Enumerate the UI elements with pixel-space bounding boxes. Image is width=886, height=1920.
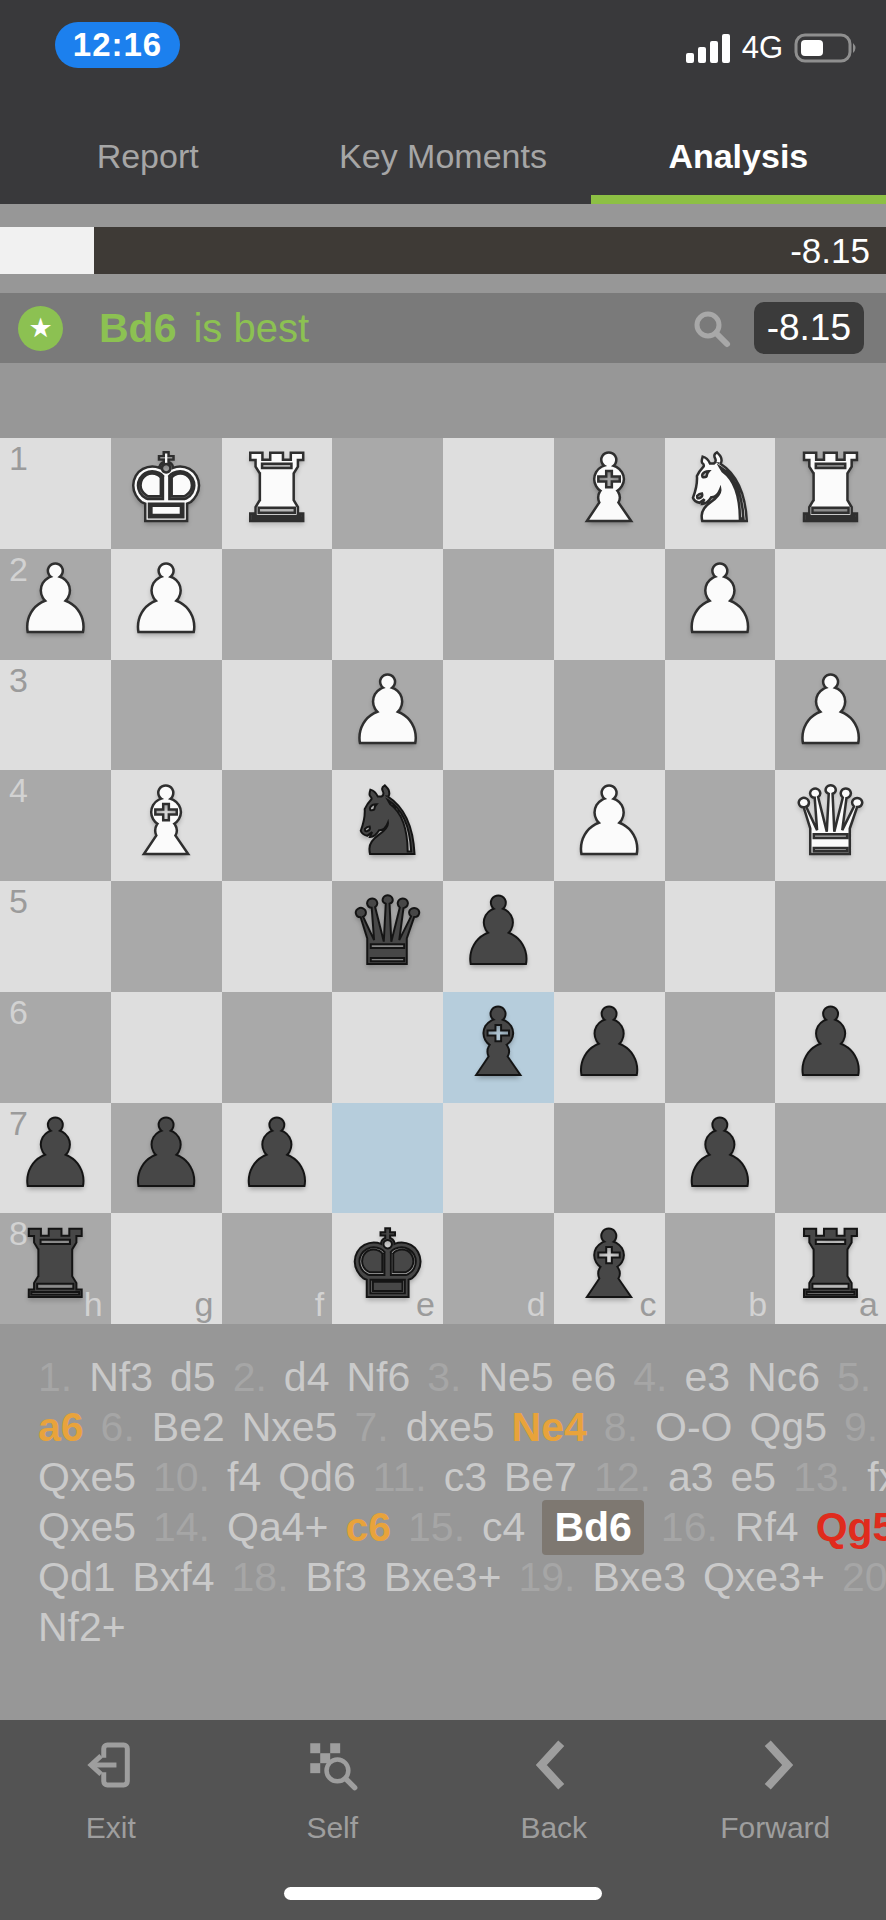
black-pawn-b7: ♟	[678, 1107, 762, 1201]
chess-board: 1♚♜♝♞♜2♟♟♟3♟♟4♝♞♟♛5♛♟6♝♟♟7♟♟♟♟8h♜gfe♚dc♝…	[0, 438, 886, 1324]
white-king-g1: ♚	[124, 442, 208, 536]
white-pawn-h2: ♟	[13, 553, 97, 647]
square-b2[interactable]: ♟	[665, 549, 776, 660]
black-bishop-d6: ♝	[456, 996, 540, 1090]
move-token-dxe5[interactable]: dxe5	[406, 1404, 495, 1451]
evaluation-value: -8.15	[790, 231, 870, 271]
rank-label-6: 6	[9, 995, 28, 1029]
evaluation-white-segment	[0, 227, 94, 274]
square-e8[interactable]: e♚	[332, 1213, 443, 1324]
home-indicator[interactable]	[284, 1887, 602, 1900]
back-button[interactable]: Back	[443, 1736, 665, 1845]
move-token-d5[interactable]: d5	[170, 1354, 216, 1401]
square-g8[interactable]: g	[111, 1213, 222, 1324]
file-label-b: b	[748, 1287, 767, 1321]
move-number: 1.	[38, 1354, 72, 1401]
star-icon: ★	[18, 306, 63, 351]
square-b6[interactable]	[665, 992, 776, 1103]
move-number: 19.	[519, 1554, 576, 1601]
move-token-a3[interactable]: a3	[668, 1454, 714, 1501]
move-number: 2.	[233, 1354, 267, 1401]
square-a4[interactable]: ♛	[775, 770, 886, 881]
black-pawn-a6: ♟	[788, 996, 872, 1090]
move-token-c4[interactable]: c4	[482, 1504, 525, 1551]
move-number: 8.	[604, 1404, 638, 1451]
white-bishop-g4: ♝	[124, 775, 208, 869]
square-e3[interactable]: ♟	[332, 660, 443, 771]
move-token-Bd6[interactable]: Bd6	[542, 1500, 643, 1555]
move-number: 16.	[661, 1504, 718, 1551]
square-g1[interactable]: ♚	[111, 438, 222, 549]
square-a7[interactable]	[775, 1103, 886, 1214]
square-f6[interactable]	[222, 992, 333, 1103]
square-g6[interactable]	[111, 992, 222, 1103]
tab-report[interactable]: Report	[0, 108, 295, 204]
search-icon	[690, 307, 732, 349]
square-b1[interactable]: ♞	[665, 438, 776, 549]
move-token-Nf2+[interactable]: Nf2+	[38, 1604, 126, 1651]
move-token-Bxe3[interactable]: Bxe3	[593, 1554, 686, 1601]
rank-label-1: 1	[9, 441, 28, 475]
square-d8[interactable]: d	[443, 1213, 554, 1324]
move-number: 20.	[842, 1554, 886, 1601]
square-d7[interactable]	[443, 1103, 554, 1214]
square-c8[interactable]: c♝	[554, 1213, 665, 1324]
square-b5[interactable]	[665, 881, 776, 992]
square-f2[interactable]	[222, 549, 333, 660]
white-rook-f1: ♜	[235, 442, 319, 536]
best-move-bar: ★ Bd6 is best -8.15	[0, 293, 886, 363]
active-tab-underline	[591, 195, 886, 204]
black-pawn-c6: ♟	[567, 996, 651, 1090]
move-token-Qd6[interactable]: Qd6	[278, 1454, 356, 1501]
move-number: 6.	[101, 1404, 135, 1451]
square-a8[interactable]: a♜	[775, 1213, 886, 1324]
black-king-e8: ♚	[345, 1218, 429, 1312]
white-queen-a4: ♛	[788, 775, 872, 869]
move-token-Bf3[interactable]: Bf3	[306, 1554, 368, 1601]
move-number: 12.	[594, 1454, 651, 1501]
evaluation-bar: -8.15	[0, 227, 886, 274]
square-e7[interactable]	[332, 1103, 443, 1214]
move-number: 5.	[837, 1354, 871, 1401]
square-c2[interactable]	[554, 549, 665, 660]
square-e1[interactable]	[332, 438, 443, 549]
move-token-Bxe3+[interactable]: Bxe3+	[384, 1554, 501, 1601]
square-f8[interactable]: f	[222, 1213, 333, 1324]
exit-label: Exit	[86, 1811, 136, 1845]
square-g7[interactable]: ♟	[111, 1103, 222, 1214]
move-list: 1.Nf3d52.d4Nf63.Ne5e64.e3Nc65.Bb5a66.Be2…	[0, 1324, 886, 1652]
white-pawn-e3: ♟	[345, 664, 429, 758]
square-a5[interactable]	[775, 881, 886, 992]
square-e2[interactable]	[332, 549, 443, 660]
move-number: 11.	[373, 1454, 427, 1501]
white-rook-a1: ♜	[788, 442, 872, 536]
move-token-Rf4[interactable]: Rf4	[735, 1504, 799, 1551]
square-g2[interactable]: ♟	[111, 549, 222, 660]
tab-analysis[interactable]: Analysis	[591, 108, 886, 204]
square-d6[interactable]: ♝	[443, 992, 554, 1103]
black-pawn-h7: ♟	[13, 1107, 97, 1201]
square-a3[interactable]: ♟	[775, 660, 886, 771]
square-c6[interactable]: ♟	[554, 992, 665, 1103]
move-token-Ne5[interactable]: Ne5	[478, 1354, 553, 1401]
square-e4[interactable]: ♞	[332, 770, 443, 881]
network-label: 4G	[742, 30, 783, 66]
square-d2[interactable]	[443, 549, 554, 660]
move-number: 9.	[844, 1404, 878, 1451]
square-e5[interactable]: ♛	[332, 881, 443, 992]
file-label-f: f	[315, 1287, 324, 1321]
move-token-Qxe5[interactable]: Qxe5	[38, 1504, 136, 1551]
move-token-Bxf4[interactable]: Bxf4	[133, 1554, 215, 1601]
square-b3[interactable]	[665, 660, 776, 771]
square-f1[interactable]: ♜	[222, 438, 333, 549]
white-knight-b1: ♞	[678, 442, 762, 536]
square-d1[interactable]	[443, 438, 554, 549]
square-f5[interactable]	[222, 881, 333, 992]
move-token-a6[interactable]: a6	[38, 1404, 84, 1451]
time-pill[interactable]: 12:16	[55, 22, 180, 68]
square-h4[interactable]: 4	[0, 770, 111, 881]
file-label-g: g	[195, 1287, 214, 1321]
move-token-Nc6[interactable]: Nc6	[747, 1354, 820, 1401]
move-line: Qxe510.f4Qd611.c3Be712.a3e513.fxe5	[38, 1452, 886, 1502]
square-f3[interactable]	[222, 660, 333, 771]
square-d3[interactable]	[443, 660, 554, 771]
self-label: Self	[306, 1811, 358, 1845]
square-a1[interactable]: ♜	[775, 438, 886, 549]
move-line: Qxe514.Qa4+c615.c4Bd616.Rf4Qg517.	[38, 1502, 886, 1552]
move-number: 4.	[633, 1354, 667, 1401]
move-token-e3[interactable]: e3	[684, 1354, 730, 1401]
square-g3[interactable]	[111, 660, 222, 771]
square-b8[interactable]: b	[665, 1213, 776, 1324]
square-a2[interactable]	[775, 549, 886, 660]
square-h1[interactable]: 1	[0, 438, 111, 549]
move-token-Qg5[interactable]: Qg5	[816, 1504, 886, 1551]
best-move-label[interactable]: Bd6	[99, 305, 176, 352]
move-line: Nf2+	[38, 1602, 886, 1652]
move-number: 15.	[408, 1504, 465, 1551]
square-b4[interactable]	[665, 770, 776, 881]
square-b7[interactable]: ♟	[665, 1103, 776, 1214]
black-rook-h8: ♜	[13, 1218, 97, 1312]
square-g5[interactable]	[111, 881, 222, 992]
self-icon	[303, 1736, 361, 1798]
search-button[interactable]	[690, 307, 732, 349]
black-pawn-d5: ♟	[456, 885, 540, 979]
white-pawn-c4: ♟	[567, 775, 651, 869]
move-token-d4[interactable]: d4	[284, 1354, 330, 1401]
forward-label: Forward	[720, 1811, 830, 1845]
square-c7[interactable]	[554, 1103, 665, 1214]
rank-label-3: 3	[9, 663, 28, 697]
square-h6[interactable]: 6	[0, 992, 111, 1103]
move-number: 10.	[153, 1454, 210, 1501]
signal-icon	[685, 32, 731, 64]
move-token-e6[interactable]: e6	[571, 1354, 617, 1401]
move-number: 13.	[793, 1454, 850, 1501]
white-pawn-b2: ♟	[678, 553, 762, 647]
move-token-Qd1[interactable]: Qd1	[38, 1554, 116, 1601]
move-line: a66.Be2Nxe57.dxe5Ne48.O-OQg59.Bg4	[38, 1402, 886, 1452]
white-pawn-g2: ♟	[124, 553, 208, 647]
rank-label-4: 4	[9, 773, 28, 807]
black-pawn-f7: ♟	[235, 1107, 319, 1201]
move-token-Nf3[interactable]: Nf3	[89, 1354, 153, 1401]
move-token-Be2[interactable]: Be2	[152, 1404, 225, 1451]
square-a6[interactable]: ♟	[775, 992, 886, 1103]
black-rook-a8: ♜	[788, 1218, 872, 1312]
tab-key-moments[interactable]: Key Moments	[295, 108, 590, 204]
square-c1[interactable]: ♝	[554, 438, 665, 549]
bottom-nav: ExitSelfBackForward	[0, 1720, 886, 1920]
back-label: Back	[520, 1811, 587, 1845]
square-h2[interactable]: 2♟	[0, 549, 111, 660]
screen: 12:16 4G Report Key Moments Analysis	[0, 0, 886, 1920]
move-token-Qg5[interactable]: Qg5	[749, 1404, 827, 1451]
move-token-Qa4+[interactable]: Qa4+	[227, 1504, 328, 1551]
move-token-Qxe5[interactable]: Qxe5	[38, 1454, 136, 1501]
square-d5[interactable]: ♟	[443, 881, 554, 992]
square-c3[interactable]	[554, 660, 665, 771]
black-bishop-c8: ♝	[567, 1218, 651, 1312]
move-number: 3.	[427, 1354, 461, 1401]
tab-bar: Report Key Moments Analysis	[0, 108, 886, 204]
forward-icon	[746, 1736, 804, 1798]
forward-button[interactable]: Forward	[665, 1736, 886, 1845]
square-f7[interactable]: ♟	[222, 1103, 333, 1214]
square-e6[interactable]	[332, 992, 443, 1103]
square-d4[interactable]	[443, 770, 554, 881]
move-token-f4[interactable]: f4	[227, 1454, 261, 1501]
move-token-Ne4[interactable]: Ne4	[512, 1404, 587, 1451]
white-pawn-a3: ♟	[788, 664, 872, 758]
white-bishop-c1: ♝	[567, 442, 651, 536]
move-token-fxe5[interactable]: fxe5	[867, 1454, 886, 1501]
bottom-nav-items: ExitSelfBackForward	[0, 1720, 886, 1845]
black-knight-e4: ♞	[345, 775, 429, 869]
square-h7[interactable]: 7♟	[0, 1103, 111, 1214]
move-number: 14.	[153, 1504, 210, 1551]
square-h3[interactable]: 3	[0, 660, 111, 771]
move-number: 7.	[354, 1404, 388, 1451]
move-token-e5[interactable]: e5	[731, 1454, 777, 1501]
move-line: Qd1Bxf418.Bf3Bxe3+19.Bxe3Qxe3+20.Kh1	[38, 1552, 886, 1602]
header: 12:16 4G Report Key Moments Analysis	[0, 0, 886, 204]
status-right: 4G	[685, 30, 860, 66]
exit-button[interactable]: Exit	[0, 1736, 222, 1845]
rank-label-5: 5	[9, 884, 28, 918]
square-f4[interactable]	[222, 770, 333, 881]
square-h8[interactable]: 8h♜	[0, 1213, 111, 1324]
exit-icon	[82, 1736, 140, 1798]
battery-icon	[794, 32, 860, 64]
best-move-suffix: is best	[193, 306, 309, 351]
move-line: 1.Nf3d52.d4Nf63.Ne5e64.e3Nc65.Bb5	[38, 1352, 886, 1402]
eval-badge: -8.15	[754, 302, 864, 354]
status-time: 12:16	[73, 26, 162, 64]
square-h5[interactable]: 5	[0, 881, 111, 992]
move-token-Nf6[interactable]: Nf6	[346, 1354, 410, 1401]
square-c5[interactable]	[554, 881, 665, 992]
square-g4[interactable]: ♝	[111, 770, 222, 881]
back-icon	[525, 1736, 583, 1798]
move-token-Qxe3+[interactable]: Qxe3+	[703, 1554, 825, 1601]
file-label-d: d	[527, 1287, 546, 1321]
square-c4[interactable]: ♟	[554, 770, 665, 881]
move-token-c6[interactable]: c6	[345, 1504, 391, 1551]
black-queen-e5: ♛	[345, 885, 429, 979]
move-number: 18.	[232, 1554, 289, 1601]
move-token-Nxe5[interactable]: Nxe5	[242, 1404, 338, 1451]
self-button[interactable]: Self	[222, 1736, 444, 1845]
black-pawn-g7: ♟	[124, 1107, 208, 1201]
move-token-Be7[interactable]: Be7	[504, 1454, 577, 1501]
move-token-c3[interactable]: c3	[444, 1454, 487, 1501]
move-token-O-O[interactable]: O-O	[655, 1404, 732, 1451]
